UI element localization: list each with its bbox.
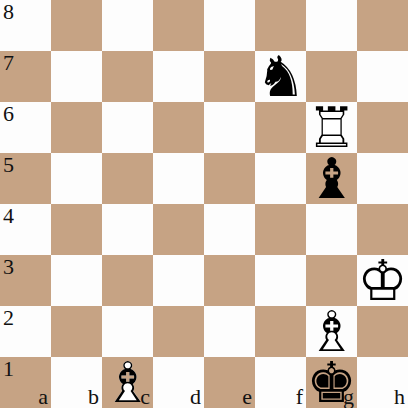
square-g5[interactable]: ♝ — [306, 153, 357, 204]
square-f6[interactable] — [255, 102, 306, 153]
square-h8[interactable] — [357, 0, 408, 51]
square-a7[interactable]: 7 — [0, 51, 51, 102]
piece-glyph: ♝ — [306, 153, 357, 204]
square-e4[interactable] — [204, 204, 255, 255]
square-b3[interactable] — [51, 255, 102, 306]
square-e6[interactable] — [204, 102, 255, 153]
chess-board: 87♞6♜♖5♝43♚♔2♝♗1abc♝♗defg♚h — [0, 0, 408, 408]
square-h7[interactable] — [357, 51, 408, 102]
file-label-h: h — [394, 386, 405, 408]
black-knight[interactable]: ♞ — [255, 51, 306, 102]
file-label-b: b — [88, 386, 99, 408]
rank-label-4: 4 — [3, 205, 14, 227]
square-a6[interactable]: 6 — [0, 102, 51, 153]
rank-label-6: 6 — [3, 103, 14, 125]
square-e1[interactable]: e — [204, 357, 255, 408]
square-c8[interactable] — [102, 0, 153, 51]
rank-label-3: 3 — [3, 256, 14, 278]
square-d7[interactable] — [153, 51, 204, 102]
square-d8[interactable] — [153, 0, 204, 51]
square-e2[interactable] — [204, 306, 255, 357]
rank-label-8: 8 — [3, 1, 14, 23]
rank-label-1: 1 — [3, 358, 14, 380]
square-a1[interactable]: 1a — [0, 357, 51, 408]
square-b2[interactable] — [51, 306, 102, 357]
square-d6[interactable] — [153, 102, 204, 153]
square-a2[interactable]: 2 — [0, 306, 51, 357]
file-label-f: f — [296, 386, 303, 408]
square-d5[interactable] — [153, 153, 204, 204]
white-king[interactable]: ♚♔ — [357, 255, 408, 306]
square-h6[interactable] — [357, 102, 408, 153]
white-bishop[interactable]: ♝♗ — [102, 357, 153, 408]
square-c5[interactable] — [102, 153, 153, 204]
square-b1[interactable]: b — [51, 357, 102, 408]
rank-label-7: 7 — [3, 52, 14, 74]
square-g8[interactable] — [306, 0, 357, 51]
square-a8[interactable]: 8 — [0, 0, 51, 51]
square-h5[interactable] — [357, 153, 408, 204]
square-d3[interactable] — [153, 255, 204, 306]
square-f4[interactable] — [255, 204, 306, 255]
square-e7[interactable] — [204, 51, 255, 102]
square-a4[interactable]: 4 — [0, 204, 51, 255]
square-e5[interactable] — [204, 153, 255, 204]
black-bishop[interactable]: ♝ — [306, 153, 357, 204]
square-f3[interactable] — [255, 255, 306, 306]
file-label-d: d — [190, 386, 201, 408]
square-d4[interactable] — [153, 204, 204, 255]
square-f2[interactable] — [255, 306, 306, 357]
rank-label-2: 2 — [3, 307, 14, 329]
square-d1[interactable]: d — [153, 357, 204, 408]
piece-glyph: ♞ — [255, 51, 306, 102]
square-e3[interactable] — [204, 255, 255, 306]
black-king[interactable]: ♚ — [306, 357, 357, 408]
square-b6[interactable] — [51, 102, 102, 153]
square-b4[interactable] — [51, 204, 102, 255]
rank-label-5: 5 — [3, 154, 14, 176]
square-a5[interactable]: 5 — [0, 153, 51, 204]
square-f5[interactable] — [255, 153, 306, 204]
square-c7[interactable] — [102, 51, 153, 102]
file-label-e: e — [242, 386, 252, 408]
piece-glyph: ♚ — [306, 357, 357, 408]
piece-outline-layer: ♗ — [102, 357, 153, 408]
square-b7[interactable] — [51, 51, 102, 102]
square-g4[interactable] — [306, 204, 357, 255]
square-c6[interactable] — [102, 102, 153, 153]
square-f1[interactable]: f — [255, 357, 306, 408]
square-g1[interactable]: g♚ — [306, 357, 357, 408]
square-d2[interactable] — [153, 306, 204, 357]
square-b8[interactable] — [51, 0, 102, 51]
square-c4[interactable] — [102, 204, 153, 255]
file-label-a: a — [38, 386, 48, 408]
square-h1[interactable]: h — [357, 357, 408, 408]
square-a3[interactable]: 3 — [0, 255, 51, 306]
square-e8[interactable] — [204, 0, 255, 51]
square-b5[interactable] — [51, 153, 102, 204]
square-c3[interactable] — [102, 255, 153, 306]
square-f7[interactable]: ♞ — [255, 51, 306, 102]
piece-outline-layer: ♔ — [357, 255, 408, 306]
square-h3[interactable]: ♚♔ — [357, 255, 408, 306]
square-h2[interactable] — [357, 306, 408, 357]
square-c1[interactable]: c♝♗ — [102, 357, 153, 408]
